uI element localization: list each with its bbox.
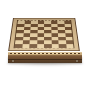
board-lid — [8, 18, 82, 52]
lid-edge-inlay — [10, 53, 80, 54]
inlay-border — [13, 20, 74, 48]
drop-shadow — [5, 61, 85, 66]
chess-board — [15, 21, 74, 48]
chessboard-box-photo — [0, 0, 90, 90]
square-d1 — [37, 44, 44, 48]
square-h1 — [66, 44, 74, 48]
square-e1 — [44, 44, 51, 48]
box-seam — [8, 59, 82, 60]
board-frame — [8, 18, 80, 51]
